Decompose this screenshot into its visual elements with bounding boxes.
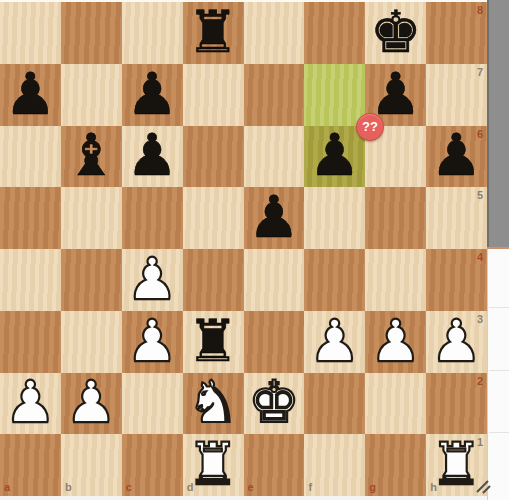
file-label-g: g (369, 482, 376, 493)
piece-black-P-a7[interactable]: ♟ (4, 65, 56, 123)
square-a4[interactable] (0, 249, 61, 311)
square-d8[interactable]: ♜ (183, 2, 244, 64)
square-c3[interactable]: ♟ (122, 311, 183, 373)
square-h5[interactable]: 5 (426, 187, 487, 249)
rank-label-5: 5 (477, 190, 483, 201)
square-c6[interactable]: ♟ (122, 126, 183, 188)
scrollbar-thumb[interactable] (487, 0, 509, 247)
blunder-badge: ?? (356, 113, 384, 141)
square-a7[interactable]: ♟ (0, 64, 61, 126)
file-label-f: f (308, 482, 312, 493)
piece-white-R-d1[interactable]: ♜ (187, 435, 239, 493)
piece-white-P-g3[interactable]: ♟ (370, 312, 422, 370)
rank-label-8: 8 (477, 5, 483, 16)
piece-black-P-e5[interactable]: ♟ (248, 188, 300, 246)
square-f2[interactable] (304, 373, 365, 435)
square-d1[interactable]: ♜d (183, 434, 244, 496)
square-b3[interactable] (61, 311, 122, 373)
piece-black-P-g7[interactable]: ♟ (370, 65, 422, 123)
square-e4[interactable] (244, 249, 305, 311)
square-c8[interactable] (122, 2, 183, 64)
square-g1[interactable]: g (365, 434, 426, 496)
square-a5[interactable] (0, 187, 61, 249)
blunder-badge-text: ?? (362, 119, 378, 134)
square-d6[interactable] (183, 126, 244, 188)
square-c4[interactable]: ♟ (122, 249, 183, 311)
square-h6[interactable]: ♟6 (426, 126, 487, 188)
square-a8[interactable] (0, 2, 61, 64)
piece-white-P-f3[interactable]: ♟ (309, 312, 361, 370)
square-c1[interactable]: c (122, 434, 183, 496)
square-e5[interactable]: ♟ (244, 187, 305, 249)
piece-black-P-c6[interactable]: ♟ (126, 126, 178, 184)
square-h8[interactable]: 8 (426, 2, 487, 64)
piece-black-R-d3[interactable]: ♜ (187, 312, 239, 370)
square-e3[interactable] (244, 311, 305, 373)
piece-white-P-a2[interactable]: ♟ (4, 373, 56, 431)
square-h4[interactable]: 4 (426, 249, 487, 311)
piece-white-P-b2[interactable]: ♟ (65, 373, 117, 431)
piece-white-K-e2[interactable]: ♚ (248, 373, 300, 431)
piece-white-P-c3[interactable]: ♟ (126, 312, 178, 370)
square-d5[interactable] (183, 187, 244, 249)
file-label-e: e (248, 482, 254, 493)
rank-label-4: 4 (477, 252, 483, 263)
chess-app-window: ♜♚8♟♟♟7♝♟♟♟6♟5♟4♟♜♟♟♟3♟♟♞♚2abc♜defg♜1h ?… (0, 0, 509, 500)
square-f4[interactable] (304, 249, 365, 311)
rank-label-2: 2 (477, 376, 483, 387)
piece-black-P-h6[interactable]: ♟ (431, 126, 483, 184)
square-h7[interactable]: 7 (426, 64, 487, 126)
square-b5[interactable] (61, 187, 122, 249)
piece-white-P-c4[interactable]: ♟ (126, 250, 178, 308)
square-c5[interactable] (122, 187, 183, 249)
square-a1[interactable]: a (0, 434, 61, 496)
square-b7[interactable] (61, 64, 122, 126)
square-e7[interactable] (244, 64, 305, 126)
piece-black-P-f6[interactable]: ♟ (309, 126, 361, 184)
square-f7[interactable] (304, 64, 365, 126)
square-b6[interactable]: ♝ (61, 126, 122, 188)
square-e8[interactable] (244, 2, 305, 64)
square-c7[interactable]: ♟ (122, 64, 183, 126)
square-a3[interactable] (0, 311, 61, 373)
piece-white-P-h3[interactable]: ♟ (431, 312, 483, 370)
file-label-d: d (187, 482, 194, 493)
square-g8[interactable]: ♚ (365, 2, 426, 64)
square-f8[interactable] (304, 2, 365, 64)
square-e1[interactable]: e (244, 434, 305, 496)
square-d2[interactable]: ♞ (183, 373, 244, 435)
file-label-h: h (430, 482, 437, 493)
square-f1[interactable]: f (304, 434, 365, 496)
rank-label-6: 6 (477, 129, 483, 140)
square-g2[interactable] (365, 373, 426, 435)
square-f6[interactable]: ♟ (304, 126, 365, 188)
square-d3[interactable]: ♜ (183, 311, 244, 373)
track-tick (489, 307, 509, 308)
square-e2[interactable]: ♚ (244, 373, 305, 435)
square-b2[interactable]: ♟ (61, 373, 122, 435)
square-d4[interactable] (183, 249, 244, 311)
square-a6[interactable] (0, 126, 61, 188)
square-g5[interactable] (365, 187, 426, 249)
square-f5[interactable] (304, 187, 365, 249)
right-scrollbar (487, 0, 509, 500)
rank-label-3: 3 (477, 314, 483, 325)
piece-black-P-c7[interactable]: ♟ (126, 65, 178, 123)
resize-handle[interactable] (474, 478, 492, 494)
file-label-a: a (4, 482, 10, 493)
square-c2[interactable] (122, 373, 183, 435)
square-h3[interactable]: ♟3 (426, 311, 487, 373)
piece-white-N-d2[interactable]: ♞ (187, 373, 239, 431)
square-d7[interactable] (183, 64, 244, 126)
piece-black-R-d8[interactable]: ♜ (187, 3, 239, 61)
file-label-b: b (65, 482, 72, 493)
square-g3[interactable]: ♟ (365, 311, 426, 373)
square-f3[interactable]: ♟ (304, 311, 365, 373)
rank-label-7: 7 (477, 67, 483, 78)
square-e6[interactable] (244, 126, 305, 188)
square-h2[interactable]: 2 (426, 373, 487, 435)
square-g4[interactable] (365, 249, 426, 311)
top-edge-highlight (0, 0, 487, 2)
file-label-c: c (126, 482, 132, 493)
piece-black-K-g8[interactable]: ♚ (370, 3, 422, 61)
bottom-edge (0, 496, 487, 500)
piece-black-B-b6[interactable]: ♝ (65, 126, 117, 184)
track-tick (489, 432, 509, 433)
rank-label-1: 1 (477, 437, 483, 448)
track-tick (489, 370, 509, 371)
square-a2[interactable]: ♟ (0, 373, 61, 435)
square-b8[interactable] (61, 2, 122, 64)
square-b4[interactable] (61, 249, 122, 311)
square-b1[interactable]: b (61, 434, 122, 496)
chess-board: ♜♚8♟♟♟7♝♟♟♟6♟5♟4♟♜♟♟♟3♟♟♞♚2abc♜defg♜1h (0, 2, 487, 496)
scrollbar-track[interactable] (487, 249, 509, 500)
